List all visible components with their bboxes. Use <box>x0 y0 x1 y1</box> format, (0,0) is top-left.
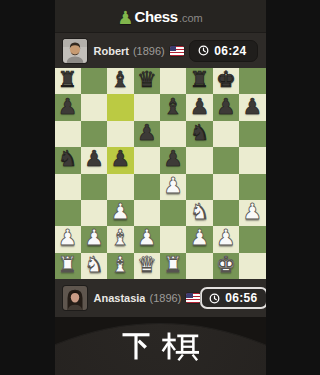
opponent-clock: 06:24 <box>189 40 257 62</box>
square-g7[interactable]: ♟ <box>213 94 239 120</box>
chess-board[interactable]: ♜♝♛♜♚♟♝♟♟♟♟♞♞♟♟♟♟♟♞♟♟♟♝♟♟♟♜♞♝♛♜♚ <box>55 68 266 279</box>
us-flag-icon <box>186 293 200 303</box>
white-knight-piece: ♞ <box>84 254 104 276</box>
black-rook-piece: ♜ <box>190 69 210 91</box>
square-c3[interactable]: ♟ <box>107 200 133 226</box>
square-a4[interactable] <box>55 174 81 200</box>
square-f3[interactable]: ♞ <box>186 200 212 226</box>
square-b2[interactable]: ♟ <box>81 226 107 252</box>
black-pawn-piece: ♟ <box>216 96 236 118</box>
square-h3[interactable]: ♟ <box>239 200 265 226</box>
black-pawn-piece: ♟ <box>58 96 78 118</box>
square-h8[interactable] <box>239 68 265 94</box>
player-avatar[interactable] <box>63 286 87 310</box>
square-d4[interactable] <box>134 174 160 200</box>
square-e6[interactable] <box>160 121 186 147</box>
square-h7[interactable]: ♟ <box>239 94 265 120</box>
white-bishop-piece: ♝ <box>111 254 131 276</box>
header-bar: ♟ Chess .com <box>55 0 266 33</box>
square-a3[interactable] <box>55 200 81 226</box>
square-c1[interactable]: ♝ <box>107 253 133 279</box>
white-pawn-piece: ♟ <box>216 227 236 249</box>
black-pawn-piece: ♟ <box>137 122 157 144</box>
square-b5[interactable]: ♟ <box>81 147 107 173</box>
square-e1[interactable]: ♜ <box>160 253 186 279</box>
square-d2[interactable]: ♟ <box>134 226 160 252</box>
footer-panel: 下棋 <box>55 317 266 375</box>
square-g1[interactable]: ♚ <box>213 253 239 279</box>
black-knight-piece: ♞ <box>190 122 210 144</box>
square-c7[interactable] <box>107 94 133 120</box>
white-pawn-piece: ♟ <box>111 201 131 223</box>
square-f1[interactable] <box>186 253 212 279</box>
square-b3[interactable] <box>81 200 107 226</box>
square-d8[interactable]: ♛ <box>134 68 160 94</box>
black-king-piece: ♚ <box>216 69 236 91</box>
square-f2[interactable]: ♟ <box>186 226 212 252</box>
player-time: 06:56 <box>225 291 257 305</box>
square-a5[interactable]: ♞ <box>55 147 81 173</box>
opponent-row: Robert (1896) 06:24 <box>55 33 266 68</box>
square-a2[interactable]: ♟ <box>55 226 81 252</box>
black-pawn-piece: ♟ <box>84 148 104 170</box>
us-flag-icon <box>170 46 184 56</box>
white-pawn-piece: ♟ <box>163 175 183 197</box>
play-chess-title-glyphs <box>121 331 199 361</box>
clock-icon <box>209 293 220 304</box>
square-e4[interactable]: ♟ <box>160 174 186 200</box>
black-pawn-piece: ♟ <box>163 148 183 170</box>
opponent-name: Robert <box>94 45 129 57</box>
square-f6[interactable]: ♞ <box>186 121 212 147</box>
square-b4[interactable] <box>81 174 107 200</box>
black-knight-piece: ♞ <box>58 148 78 170</box>
logo-text: Chess <box>134 8 178 25</box>
square-f5[interactable] <box>186 147 212 173</box>
square-b7[interactable] <box>81 94 107 120</box>
square-a1[interactable]: ♜ <box>55 253 81 279</box>
square-c2[interactable]: ♝ <box>107 226 133 252</box>
opponent-time: 06:24 <box>214 44 246 58</box>
green-pawn-icon: ♟ <box>117 9 133 27</box>
square-g4[interactable] <box>213 174 239 200</box>
black-pawn-piece: ♟ <box>242 96 262 118</box>
logo-tld: .com <box>179 12 203 24</box>
white-queen-piece: ♛ <box>137 254 157 276</box>
white-rook-piece: ♜ <box>163 254 183 276</box>
player-rating: (1896) <box>149 292 181 304</box>
square-d7[interactable] <box>134 94 160 120</box>
square-e5[interactable]: ♟ <box>160 147 186 173</box>
black-rook-piece: ♜ <box>58 69 78 91</box>
square-e2[interactable] <box>160 226 186 252</box>
black-bishop-piece: ♝ <box>111 69 131 91</box>
opponent-rating: (1896) <box>133 45 165 57</box>
app-screen: ♟ Chess .com Robert (1896) 06:24 <box>55 0 266 375</box>
square-g2[interactable]: ♟ <box>213 226 239 252</box>
white-pawn-piece: ♟ <box>137 227 157 249</box>
square-g6[interactable] <box>213 121 239 147</box>
square-a8[interactable]: ♜ <box>55 68 81 94</box>
black-pawn-piece: ♟ <box>111 148 131 170</box>
square-g3[interactable] <box>213 200 239 226</box>
black-queen-piece: ♛ <box>137 69 157 91</box>
white-king-piece: ♚ <box>216 254 236 276</box>
square-f7[interactable]: ♟ <box>186 94 212 120</box>
white-pawn-piece: ♟ <box>190 227 210 249</box>
square-e7[interactable]: ♝ <box>160 94 186 120</box>
square-h2[interactable] <box>239 226 265 252</box>
square-f8[interactable]: ♜ <box>186 68 212 94</box>
square-g8[interactable]: ♚ <box>213 68 239 94</box>
man-photo-avatar <box>63 39 87 63</box>
white-pawn-piece: ♟ <box>242 201 262 223</box>
square-e8[interactable] <box>160 68 186 94</box>
black-pawn-piece: ♟ <box>190 96 210 118</box>
player-clock: 06:56 <box>200 287 265 309</box>
square-a6[interactable] <box>55 121 81 147</box>
white-pawn-piece: ♟ <box>58 227 78 249</box>
white-pawn-piece: ♟ <box>84 227 104 249</box>
square-d1[interactable]: ♛ <box>134 253 160 279</box>
clock-icon <box>198 45 209 56</box>
player-row: Anastasia (1896) 06:56 <box>55 279 266 317</box>
square-a7[interactable]: ♟ <box>55 94 81 120</box>
square-b8[interactable] <box>81 68 107 94</box>
square-d3[interactable] <box>134 200 160 226</box>
square-h5[interactable] <box>239 147 265 173</box>
chesscom-logo[interactable]: ♟ Chess .com <box>117 7 203 25</box>
square-c5[interactable]: ♟ <box>107 147 133 173</box>
square-h4[interactable] <box>239 174 265 200</box>
square-e3[interactable] <box>160 200 186 226</box>
square-c4[interactable] <box>107 174 133 200</box>
square-d5[interactable] <box>134 147 160 173</box>
opponent-avatar[interactable] <box>63 39 87 63</box>
white-knight-piece: ♞ <box>190 201 210 223</box>
square-g5[interactable] <box>213 147 239 173</box>
player-name: Anastasia <box>94 292 146 304</box>
square-c8[interactable]: ♝ <box>107 68 133 94</box>
black-bishop-piece: ♝ <box>163 96 183 118</box>
white-bishop-piece: ♝ <box>111 227 131 249</box>
woman-photo-avatar <box>63 286 87 310</box>
square-b6[interactable] <box>81 121 107 147</box>
square-b1[interactable]: ♞ <box>81 253 107 279</box>
square-h6[interactable] <box>239 121 265 147</box>
white-rook-piece: ♜ <box>58 254 78 276</box>
square-h1[interactable] <box>239 253 265 279</box>
square-c6[interactable] <box>107 121 133 147</box>
play-chess-button[interactable]: 下棋 <box>121 331 199 361</box>
square-d6[interactable]: ♟ <box>134 121 160 147</box>
square-f4[interactable] <box>186 174 212 200</box>
